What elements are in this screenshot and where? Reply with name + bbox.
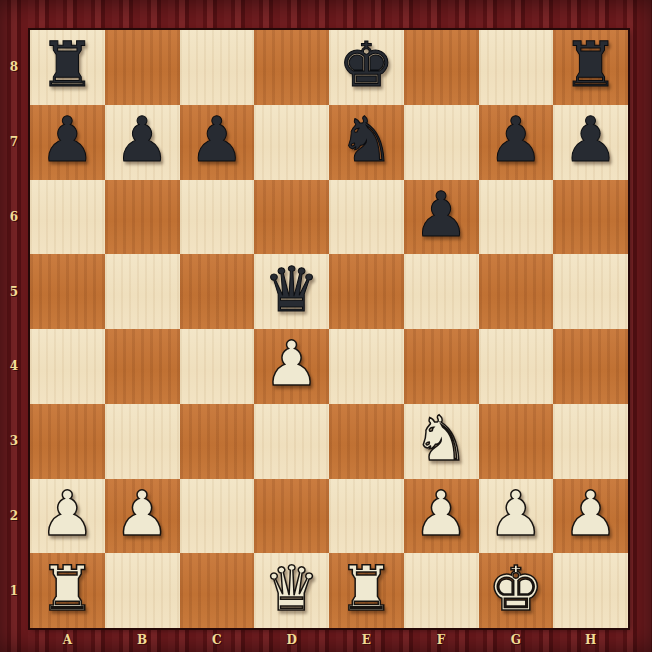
square-c1[interactable] (180, 553, 255, 628)
square-a5[interactable] (30, 254, 105, 329)
file-label-e: E (362, 633, 371, 647)
file-label-f: F (437, 633, 446, 647)
square-a8[interactable]: ♜ (30, 30, 105, 105)
square-g5[interactable] (479, 254, 554, 329)
square-c6[interactable] (180, 180, 255, 255)
square-e3[interactable] (329, 404, 404, 479)
square-e2[interactable] (329, 479, 404, 554)
chessboard-frame: ♜♚♜♟♟♟♞♟♟♟♛♟♞♟♟♟♟♟♜♛♜♚ 12345678 ABCDEFGH (0, 0, 652, 652)
rank-label-2: 2 (10, 509, 18, 523)
square-h5[interactable] (553, 254, 628, 329)
square-b1[interactable] (105, 553, 180, 628)
square-b7[interactable]: ♟ (105, 105, 180, 180)
square-f7[interactable] (404, 105, 479, 180)
white-pawn[interactable]: ♟ (413, 483, 469, 545)
rank-label-7: 7 (10, 135, 18, 149)
rank-label-5: 5 (10, 285, 18, 299)
square-d1[interactable]: ♛ (254, 553, 329, 628)
square-b5[interactable] (105, 254, 180, 329)
black-pawn[interactable]: ♟ (40, 109, 96, 171)
black-pawn[interactable]: ♟ (189, 109, 245, 171)
rank-label-1: 1 (10, 584, 18, 598)
black-rook[interactable]: ♜ (563, 34, 619, 96)
square-a2[interactable]: ♟ (30, 479, 105, 554)
square-c2[interactable] (180, 479, 255, 554)
white-king[interactable]: ♚ (488, 558, 544, 620)
square-f8[interactable] (404, 30, 479, 105)
square-a3[interactable] (30, 404, 105, 479)
rank-label-8: 8 (10, 60, 18, 74)
file-label-d: D (286, 633, 296, 647)
square-e8[interactable]: ♚ (329, 30, 404, 105)
board: ♜♚♜♟♟♟♞♟♟♟♛♟♞♟♟♟♟♟♜♛♜♚ (30, 30, 628, 628)
square-c3[interactable] (180, 404, 255, 479)
square-e7[interactable]: ♞ (329, 105, 404, 180)
square-f3[interactable]: ♞ (404, 404, 479, 479)
square-b3[interactable] (105, 404, 180, 479)
square-g4[interactable] (479, 329, 554, 404)
white-rook[interactable]: ♜ (339, 558, 395, 620)
square-c8[interactable] (180, 30, 255, 105)
square-h4[interactable] (553, 329, 628, 404)
square-e1[interactable]: ♜ (329, 553, 404, 628)
white-pawn[interactable]: ♟ (114, 483, 170, 545)
square-d6[interactable] (254, 180, 329, 255)
square-g2[interactable]: ♟ (479, 479, 554, 554)
file-label-c: C (212, 633, 222, 647)
rank-label-4: 4 (10, 359, 18, 373)
white-pawn[interactable]: ♟ (264, 333, 320, 395)
square-f2[interactable]: ♟ (404, 479, 479, 554)
square-g6[interactable] (479, 180, 554, 255)
black-rook[interactable]: ♜ (40, 34, 96, 96)
file-label-h: H (585, 633, 596, 647)
square-h6[interactable] (553, 180, 628, 255)
square-d3[interactable] (254, 404, 329, 479)
square-d8[interactable] (254, 30, 329, 105)
square-a7[interactable]: ♟ (30, 105, 105, 180)
square-d7[interactable] (254, 105, 329, 180)
square-b8[interactable] (105, 30, 180, 105)
square-e6[interactable] (329, 180, 404, 255)
square-b4[interactable] (105, 329, 180, 404)
square-h8[interactable]: ♜ (553, 30, 628, 105)
square-g7[interactable]: ♟ (479, 105, 554, 180)
square-h1[interactable] (553, 553, 628, 628)
black-pawn[interactable]: ♟ (413, 184, 469, 246)
rank-label-6: 6 (10, 210, 18, 224)
square-c7[interactable]: ♟ (180, 105, 255, 180)
square-e4[interactable] (329, 329, 404, 404)
square-f6[interactable]: ♟ (404, 180, 479, 255)
white-queen[interactable]: ♛ (264, 558, 320, 620)
black-king[interactable]: ♚ (339, 34, 395, 96)
file-label-a: A (63, 633, 72, 647)
black-pawn[interactable]: ♟ (488, 109, 544, 171)
square-d5[interactable]: ♛ (254, 254, 329, 329)
square-a6[interactable] (30, 180, 105, 255)
white-pawn[interactable]: ♟ (40, 483, 96, 545)
square-a1[interactable]: ♜ (30, 553, 105, 628)
square-g1[interactable]: ♚ (479, 553, 554, 628)
square-b6[interactable] (105, 180, 180, 255)
black-pawn[interactable]: ♟ (114, 109, 170, 171)
square-a4[interactable] (30, 329, 105, 404)
black-knight[interactable]: ♞ (339, 109, 395, 171)
square-f4[interactable] (404, 329, 479, 404)
white-pawn[interactable]: ♟ (488, 483, 544, 545)
rank-label-3: 3 (10, 434, 18, 448)
white-pawn[interactable]: ♟ (563, 483, 619, 545)
file-label-g: G (511, 633, 521, 647)
black-pawn[interactable]: ♟ (563, 109, 619, 171)
square-c4[interactable] (180, 329, 255, 404)
square-g8[interactable] (479, 30, 554, 105)
square-f5[interactable] (404, 254, 479, 329)
square-h7[interactable]: ♟ (553, 105, 628, 180)
file-label-b: B (137, 633, 147, 647)
square-g3[interactable] (479, 404, 554, 479)
square-f1[interactable] (404, 553, 479, 628)
square-h3[interactable] (553, 404, 628, 479)
black-queen[interactable]: ♛ (264, 259, 320, 321)
square-b2[interactable]: ♟ (105, 479, 180, 554)
square-d4[interactable]: ♟ (254, 329, 329, 404)
square-e5[interactable] (329, 254, 404, 329)
square-h2[interactable]: ♟ (553, 479, 628, 554)
white-rook[interactable]: ♜ (40, 558, 96, 620)
white-knight[interactable]: ♞ (413, 408, 469, 470)
square-d2[interactable] (254, 479, 329, 554)
square-c5[interactable] (180, 254, 255, 329)
